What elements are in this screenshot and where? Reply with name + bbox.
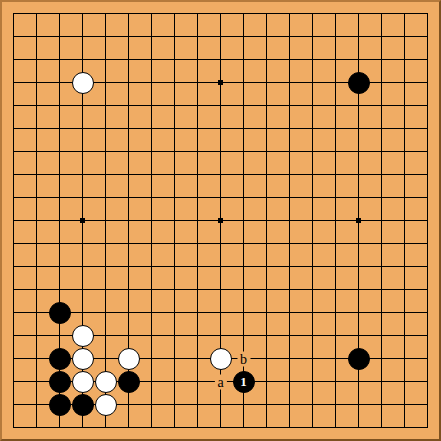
intersection-H11[interactable]: [163, 186, 186, 209]
intersection-N9[interactable]: [278, 232, 301, 255]
intersection-H6[interactable]: [163, 301, 186, 324]
intersection-K4[interactable]: [209, 347, 232, 370]
intersection-P8[interactable]: [324, 255, 347, 278]
intersection-L8[interactable]: [232, 255, 255, 278]
intersection-G19[interactable]: [140, 2, 163, 25]
intersection-F13[interactable]: [117, 140, 140, 163]
intersection-A8[interactable]: [2, 255, 25, 278]
intersection-R13[interactable]: [370, 140, 393, 163]
intersection-C5[interactable]: [48, 324, 71, 347]
intersection-G17[interactable]: [140, 48, 163, 71]
intersection-T19[interactable]: [416, 2, 439, 25]
intersection-N12[interactable]: [278, 163, 301, 186]
intersection-O12[interactable]: [301, 163, 324, 186]
intersection-M5[interactable]: [255, 324, 278, 347]
intersection-G12[interactable]: [140, 163, 163, 186]
intersection-E16[interactable]: [94, 71, 117, 94]
intersection-R18[interactable]: [370, 25, 393, 48]
intersection-B5[interactable]: [25, 324, 48, 347]
intersection-L13[interactable]: [232, 140, 255, 163]
intersection-T16[interactable]: [416, 71, 439, 94]
intersection-N7[interactable]: [278, 278, 301, 301]
intersection-M9[interactable]: [255, 232, 278, 255]
intersection-M14[interactable]: [255, 117, 278, 140]
intersection-H13[interactable]: [163, 140, 186, 163]
intersection-P14[interactable]: [324, 117, 347, 140]
intersection-Q15[interactable]: [347, 94, 370, 117]
intersection-A19[interactable]: [2, 2, 25, 25]
intersection-S4[interactable]: [393, 347, 416, 370]
intersection-E8[interactable]: [94, 255, 117, 278]
intersection-Q16[interactable]: [347, 71, 370, 94]
intersection-N2[interactable]: [278, 393, 301, 416]
intersection-D19[interactable]: [71, 2, 94, 25]
intersection-D11[interactable]: [71, 186, 94, 209]
intersection-O19[interactable]: [301, 2, 324, 25]
intersection-L18[interactable]: [232, 25, 255, 48]
intersection-G9[interactable]: [140, 232, 163, 255]
intersection-K1[interactable]: [209, 416, 232, 439]
intersection-N8[interactable]: [278, 255, 301, 278]
intersection-E6[interactable]: [94, 301, 117, 324]
intersection-R3[interactable]: [370, 370, 393, 393]
intersection-K15[interactable]: [209, 94, 232, 117]
intersection-B18[interactable]: [25, 25, 48, 48]
intersection-B15[interactable]: [25, 94, 48, 117]
intersection-H19[interactable]: [163, 2, 186, 25]
intersection-N4[interactable]: [278, 347, 301, 370]
intersection-O14[interactable]: [301, 117, 324, 140]
intersection-E12[interactable]: [94, 163, 117, 186]
intersection-F12[interactable]: [117, 163, 140, 186]
intersection-O2[interactable]: [301, 393, 324, 416]
intersection-N16[interactable]: [278, 71, 301, 94]
intersection-R4[interactable]: [370, 347, 393, 370]
intersection-F17[interactable]: [117, 48, 140, 71]
intersection-A16[interactable]: [2, 71, 25, 94]
intersection-C13[interactable]: [48, 140, 71, 163]
intersection-H8[interactable]: [163, 255, 186, 278]
intersection-P2[interactable]: [324, 393, 347, 416]
intersection-T18[interactable]: [416, 25, 439, 48]
intersection-B11[interactable]: [25, 186, 48, 209]
intersection-B2[interactable]: [25, 393, 48, 416]
intersection-A10[interactable]: [2, 209, 25, 232]
intersection-T6[interactable]: [416, 301, 439, 324]
intersection-G3[interactable]: [140, 370, 163, 393]
intersection-Q7[interactable]: [347, 278, 370, 301]
intersection-G8[interactable]: [140, 255, 163, 278]
intersection-P9[interactable]: [324, 232, 347, 255]
intersection-R8[interactable]: [370, 255, 393, 278]
intersection-D16[interactable]: [71, 71, 94, 94]
intersection-S18[interactable]: [393, 25, 416, 48]
intersection-D4[interactable]: [71, 347, 94, 370]
intersection-F18[interactable]: [117, 25, 140, 48]
intersection-K6[interactable]: [209, 301, 232, 324]
intersection-E11[interactable]: [94, 186, 117, 209]
intersection-L1[interactable]: [232, 416, 255, 439]
intersection-B16[interactable]: [25, 71, 48, 94]
intersection-J10[interactable]: [186, 209, 209, 232]
intersection-O7[interactable]: [301, 278, 324, 301]
intersection-M7[interactable]: [255, 278, 278, 301]
intersection-J4[interactable]: [186, 347, 209, 370]
intersection-F2[interactable]: [117, 393, 140, 416]
intersection-F6[interactable]: [117, 301, 140, 324]
intersection-E7[interactable]: [94, 278, 117, 301]
intersection-G16[interactable]: [140, 71, 163, 94]
intersection-J7[interactable]: [186, 278, 209, 301]
intersection-F5[interactable]: [117, 324, 140, 347]
intersection-S8[interactable]: [393, 255, 416, 278]
intersection-K17[interactable]: [209, 48, 232, 71]
intersection-T4[interactable]: [416, 347, 439, 370]
intersection-L3[interactable]: 1: [232, 370, 255, 393]
intersection-K9[interactable]: [209, 232, 232, 255]
intersection-P1[interactable]: [324, 416, 347, 439]
intersection-L5[interactable]: [232, 324, 255, 347]
intersection-S14[interactable]: [393, 117, 416, 140]
intersection-M8[interactable]: [255, 255, 278, 278]
intersection-Q14[interactable]: [347, 117, 370, 140]
intersection-E1[interactable]: [94, 416, 117, 439]
intersection-T11[interactable]: [416, 186, 439, 209]
intersection-N14[interactable]: [278, 117, 301, 140]
intersection-F16[interactable]: [117, 71, 140, 94]
intersection-A9[interactable]: [2, 232, 25, 255]
intersection-B14[interactable]: [25, 117, 48, 140]
intersection-L6[interactable]: [232, 301, 255, 324]
intersection-S7[interactable]: [393, 278, 416, 301]
intersection-D17[interactable]: [71, 48, 94, 71]
intersection-H4[interactable]: [163, 347, 186, 370]
intersection-A1[interactable]: [2, 416, 25, 439]
intersection-M16[interactable]: [255, 71, 278, 94]
intersection-B19[interactable]: [25, 2, 48, 25]
intersection-G4[interactable]: [140, 347, 163, 370]
intersection-G6[interactable]: [140, 301, 163, 324]
intersection-L17[interactable]: [232, 48, 255, 71]
intersection-S2[interactable]: [393, 393, 416, 416]
intersection-D8[interactable]: [71, 255, 94, 278]
intersection-R12[interactable]: [370, 163, 393, 186]
intersection-Q13[interactable]: [347, 140, 370, 163]
intersection-M12[interactable]: [255, 163, 278, 186]
intersection-J12[interactable]: [186, 163, 209, 186]
intersection-Q18[interactable]: [347, 25, 370, 48]
intersection-R7[interactable]: [370, 278, 393, 301]
intersection-L9[interactable]: [232, 232, 255, 255]
intersection-G10[interactable]: [140, 209, 163, 232]
intersection-T13[interactable]: [416, 140, 439, 163]
intersection-G7[interactable]: [140, 278, 163, 301]
intersection-E14[interactable]: [94, 117, 117, 140]
intersection-P16[interactable]: [324, 71, 347, 94]
intersection-C7[interactable]: [48, 278, 71, 301]
intersection-D6[interactable]: [71, 301, 94, 324]
intersection-O13[interactable]: [301, 140, 324, 163]
intersection-G14[interactable]: [140, 117, 163, 140]
intersection-O8[interactable]: [301, 255, 324, 278]
intersection-H3[interactable]: [163, 370, 186, 393]
intersection-T14[interactable]: [416, 117, 439, 140]
intersection-H9[interactable]: [163, 232, 186, 255]
intersection-C15[interactable]: [48, 94, 71, 117]
intersection-N19[interactable]: [278, 2, 301, 25]
intersection-O16[interactable]: [301, 71, 324, 94]
intersection-B10[interactable]: [25, 209, 48, 232]
intersection-B7[interactable]: [25, 278, 48, 301]
intersection-K11[interactable]: [209, 186, 232, 209]
intersection-D7[interactable]: [71, 278, 94, 301]
intersection-D1[interactable]: [71, 416, 94, 439]
intersection-E3[interactable]: [94, 370, 117, 393]
intersection-B6[interactable]: [25, 301, 48, 324]
intersection-G5[interactable]: [140, 324, 163, 347]
intersection-P6[interactable]: [324, 301, 347, 324]
intersection-M3[interactable]: [255, 370, 278, 393]
intersection-C2[interactable]: [48, 393, 71, 416]
intersection-Q10[interactable]: [347, 209, 370, 232]
intersection-J13[interactable]: [186, 140, 209, 163]
intersection-F3[interactable]: [117, 370, 140, 393]
intersection-G18[interactable]: [140, 25, 163, 48]
intersection-M17[interactable]: [255, 48, 278, 71]
intersection-H10[interactable]: [163, 209, 186, 232]
intersection-G1[interactable]: [140, 416, 163, 439]
intersection-E9[interactable]: [94, 232, 117, 255]
intersection-B12[interactable]: [25, 163, 48, 186]
intersection-B4[interactable]: [25, 347, 48, 370]
intersection-Q3[interactable]: [347, 370, 370, 393]
intersection-G15[interactable]: [140, 94, 163, 117]
intersection-M2[interactable]: [255, 393, 278, 416]
intersection-K3[interactable]: a: [209, 370, 232, 393]
intersection-J19[interactable]: [186, 2, 209, 25]
intersection-E15[interactable]: [94, 94, 117, 117]
intersection-R9[interactable]: [370, 232, 393, 255]
intersection-F7[interactable]: [117, 278, 140, 301]
intersection-F10[interactable]: [117, 209, 140, 232]
intersection-K8[interactable]: [209, 255, 232, 278]
intersection-B13[interactable]: [25, 140, 48, 163]
intersection-N18[interactable]: [278, 25, 301, 48]
intersection-E2[interactable]: [94, 393, 117, 416]
intersection-J9[interactable]: [186, 232, 209, 255]
intersection-E5[interactable]: [94, 324, 117, 347]
intersection-T2[interactable]: [416, 393, 439, 416]
intersection-S16[interactable]: [393, 71, 416, 94]
intersection-R11[interactable]: [370, 186, 393, 209]
intersection-A5[interactable]: [2, 324, 25, 347]
intersection-C16[interactable]: [48, 71, 71, 94]
intersection-L4[interactable]: b: [232, 347, 255, 370]
intersection-O1[interactable]: [301, 416, 324, 439]
intersection-Q5[interactable]: [347, 324, 370, 347]
intersection-T10[interactable]: [416, 209, 439, 232]
intersection-H2[interactable]: [163, 393, 186, 416]
intersection-L12[interactable]: [232, 163, 255, 186]
intersection-T9[interactable]: [416, 232, 439, 255]
intersection-L16[interactable]: [232, 71, 255, 94]
intersection-D14[interactable]: [71, 117, 94, 140]
intersection-D2[interactable]: [71, 393, 94, 416]
intersection-S13[interactable]: [393, 140, 416, 163]
intersection-J5[interactable]: [186, 324, 209, 347]
intersection-A3[interactable]: [2, 370, 25, 393]
intersection-C8[interactable]: [48, 255, 71, 278]
intersection-M10[interactable]: [255, 209, 278, 232]
intersection-R16[interactable]: [370, 71, 393, 94]
intersection-J15[interactable]: [186, 94, 209, 117]
intersection-H14[interactable]: [163, 117, 186, 140]
intersection-F19[interactable]: [117, 2, 140, 25]
intersection-Q6[interactable]: [347, 301, 370, 324]
intersection-Q1[interactable]: [347, 416, 370, 439]
intersection-N1[interactable]: [278, 416, 301, 439]
intersection-M18[interactable]: [255, 25, 278, 48]
intersection-M4[interactable]: [255, 347, 278, 370]
intersection-O10[interactable]: [301, 209, 324, 232]
intersection-H1[interactable]: [163, 416, 186, 439]
intersection-H16[interactable]: [163, 71, 186, 94]
intersection-Q8[interactable]: [347, 255, 370, 278]
intersection-R1[interactable]: [370, 416, 393, 439]
intersection-D12[interactable]: [71, 163, 94, 186]
intersection-E19[interactable]: [94, 2, 117, 25]
intersection-C3[interactable]: [48, 370, 71, 393]
intersection-Q12[interactable]: [347, 163, 370, 186]
intersection-K14[interactable]: [209, 117, 232, 140]
intersection-Q11[interactable]: [347, 186, 370, 209]
intersection-C18[interactable]: [48, 25, 71, 48]
intersection-K19[interactable]: [209, 2, 232, 25]
intersection-R10[interactable]: [370, 209, 393, 232]
intersection-J6[interactable]: [186, 301, 209, 324]
intersection-F1[interactable]: [117, 416, 140, 439]
intersection-S15[interactable]: [393, 94, 416, 117]
intersection-B1[interactable]: [25, 416, 48, 439]
intersection-A13[interactable]: [2, 140, 25, 163]
intersection-L15[interactable]: [232, 94, 255, 117]
intersection-R15[interactable]: [370, 94, 393, 117]
intersection-O5[interactable]: [301, 324, 324, 347]
intersection-M19[interactable]: [255, 2, 278, 25]
intersection-K2[interactable]: [209, 393, 232, 416]
intersection-S17[interactable]: [393, 48, 416, 71]
intersection-D15[interactable]: [71, 94, 94, 117]
intersection-C10[interactable]: [48, 209, 71, 232]
intersection-B8[interactable]: [25, 255, 48, 278]
intersection-T1[interactable]: [416, 416, 439, 439]
intersection-S9[interactable]: [393, 232, 416, 255]
intersection-A7[interactable]: [2, 278, 25, 301]
intersection-O11[interactable]: [301, 186, 324, 209]
intersection-S1[interactable]: [393, 416, 416, 439]
intersection-J16[interactable]: [186, 71, 209, 94]
intersection-T8[interactable]: [416, 255, 439, 278]
intersection-H15[interactable]: [163, 94, 186, 117]
intersection-K16[interactable]: [209, 71, 232, 94]
intersection-Q17[interactable]: [347, 48, 370, 71]
intersection-E18[interactable]: [94, 25, 117, 48]
intersection-N10[interactable]: [278, 209, 301, 232]
intersection-K10[interactable]: [209, 209, 232, 232]
intersection-G2[interactable]: [140, 393, 163, 416]
intersection-D18[interactable]: [71, 25, 94, 48]
intersection-A4[interactable]: [2, 347, 25, 370]
intersection-T5[interactable]: [416, 324, 439, 347]
intersection-K18[interactable]: [209, 25, 232, 48]
intersection-A12[interactable]: [2, 163, 25, 186]
intersection-Q19[interactable]: [347, 2, 370, 25]
intersection-R6[interactable]: [370, 301, 393, 324]
intersection-P19[interactable]: [324, 2, 347, 25]
intersection-N13[interactable]: [278, 140, 301, 163]
intersection-L2[interactable]: [232, 393, 255, 416]
intersection-A6[interactable]: [2, 301, 25, 324]
intersection-E13[interactable]: [94, 140, 117, 163]
intersection-S12[interactable]: [393, 163, 416, 186]
intersection-L11[interactable]: [232, 186, 255, 209]
intersection-L14[interactable]: [232, 117, 255, 140]
intersection-Q2[interactable]: [347, 393, 370, 416]
intersection-P4[interactable]: [324, 347, 347, 370]
intersection-S3[interactable]: [393, 370, 416, 393]
intersection-R14[interactable]: [370, 117, 393, 140]
intersection-E17[interactable]: [94, 48, 117, 71]
intersection-M6[interactable]: [255, 301, 278, 324]
intersection-A11[interactable]: [2, 186, 25, 209]
intersection-O6[interactable]: [301, 301, 324, 324]
intersection-O18[interactable]: [301, 25, 324, 48]
intersection-D3[interactable]: [71, 370, 94, 393]
intersection-H18[interactable]: [163, 25, 186, 48]
intersection-B9[interactable]: [25, 232, 48, 255]
intersection-N11[interactable]: [278, 186, 301, 209]
intersection-P7[interactable]: [324, 278, 347, 301]
intersection-K7[interactable]: [209, 278, 232, 301]
intersection-T15[interactable]: [416, 94, 439, 117]
intersection-D5[interactable]: [71, 324, 94, 347]
intersection-M1[interactable]: [255, 416, 278, 439]
intersection-P13[interactable]: [324, 140, 347, 163]
intersection-N5[interactable]: [278, 324, 301, 347]
intersection-H7[interactable]: [163, 278, 186, 301]
intersection-F8[interactable]: [117, 255, 140, 278]
intersection-J8[interactable]: [186, 255, 209, 278]
intersection-D9[interactable]: [71, 232, 94, 255]
intersection-L7[interactable]: [232, 278, 255, 301]
intersection-M15[interactable]: [255, 94, 278, 117]
intersection-O4[interactable]: [301, 347, 324, 370]
intersection-F14[interactable]: [117, 117, 140, 140]
intersection-H5[interactable]: [163, 324, 186, 347]
intersection-M11[interactable]: [255, 186, 278, 209]
intersection-P12[interactable]: [324, 163, 347, 186]
intersection-A17[interactable]: [2, 48, 25, 71]
intersection-J2[interactable]: [186, 393, 209, 416]
intersection-B17[interactable]: [25, 48, 48, 71]
intersection-J17[interactable]: [186, 48, 209, 71]
intersection-R19[interactable]: [370, 2, 393, 25]
intersection-C1[interactable]: [48, 416, 71, 439]
intersection-R17[interactable]: [370, 48, 393, 71]
intersection-L10[interactable]: [232, 209, 255, 232]
intersection-S19[interactable]: [393, 2, 416, 25]
intersection-P11[interactable]: [324, 186, 347, 209]
